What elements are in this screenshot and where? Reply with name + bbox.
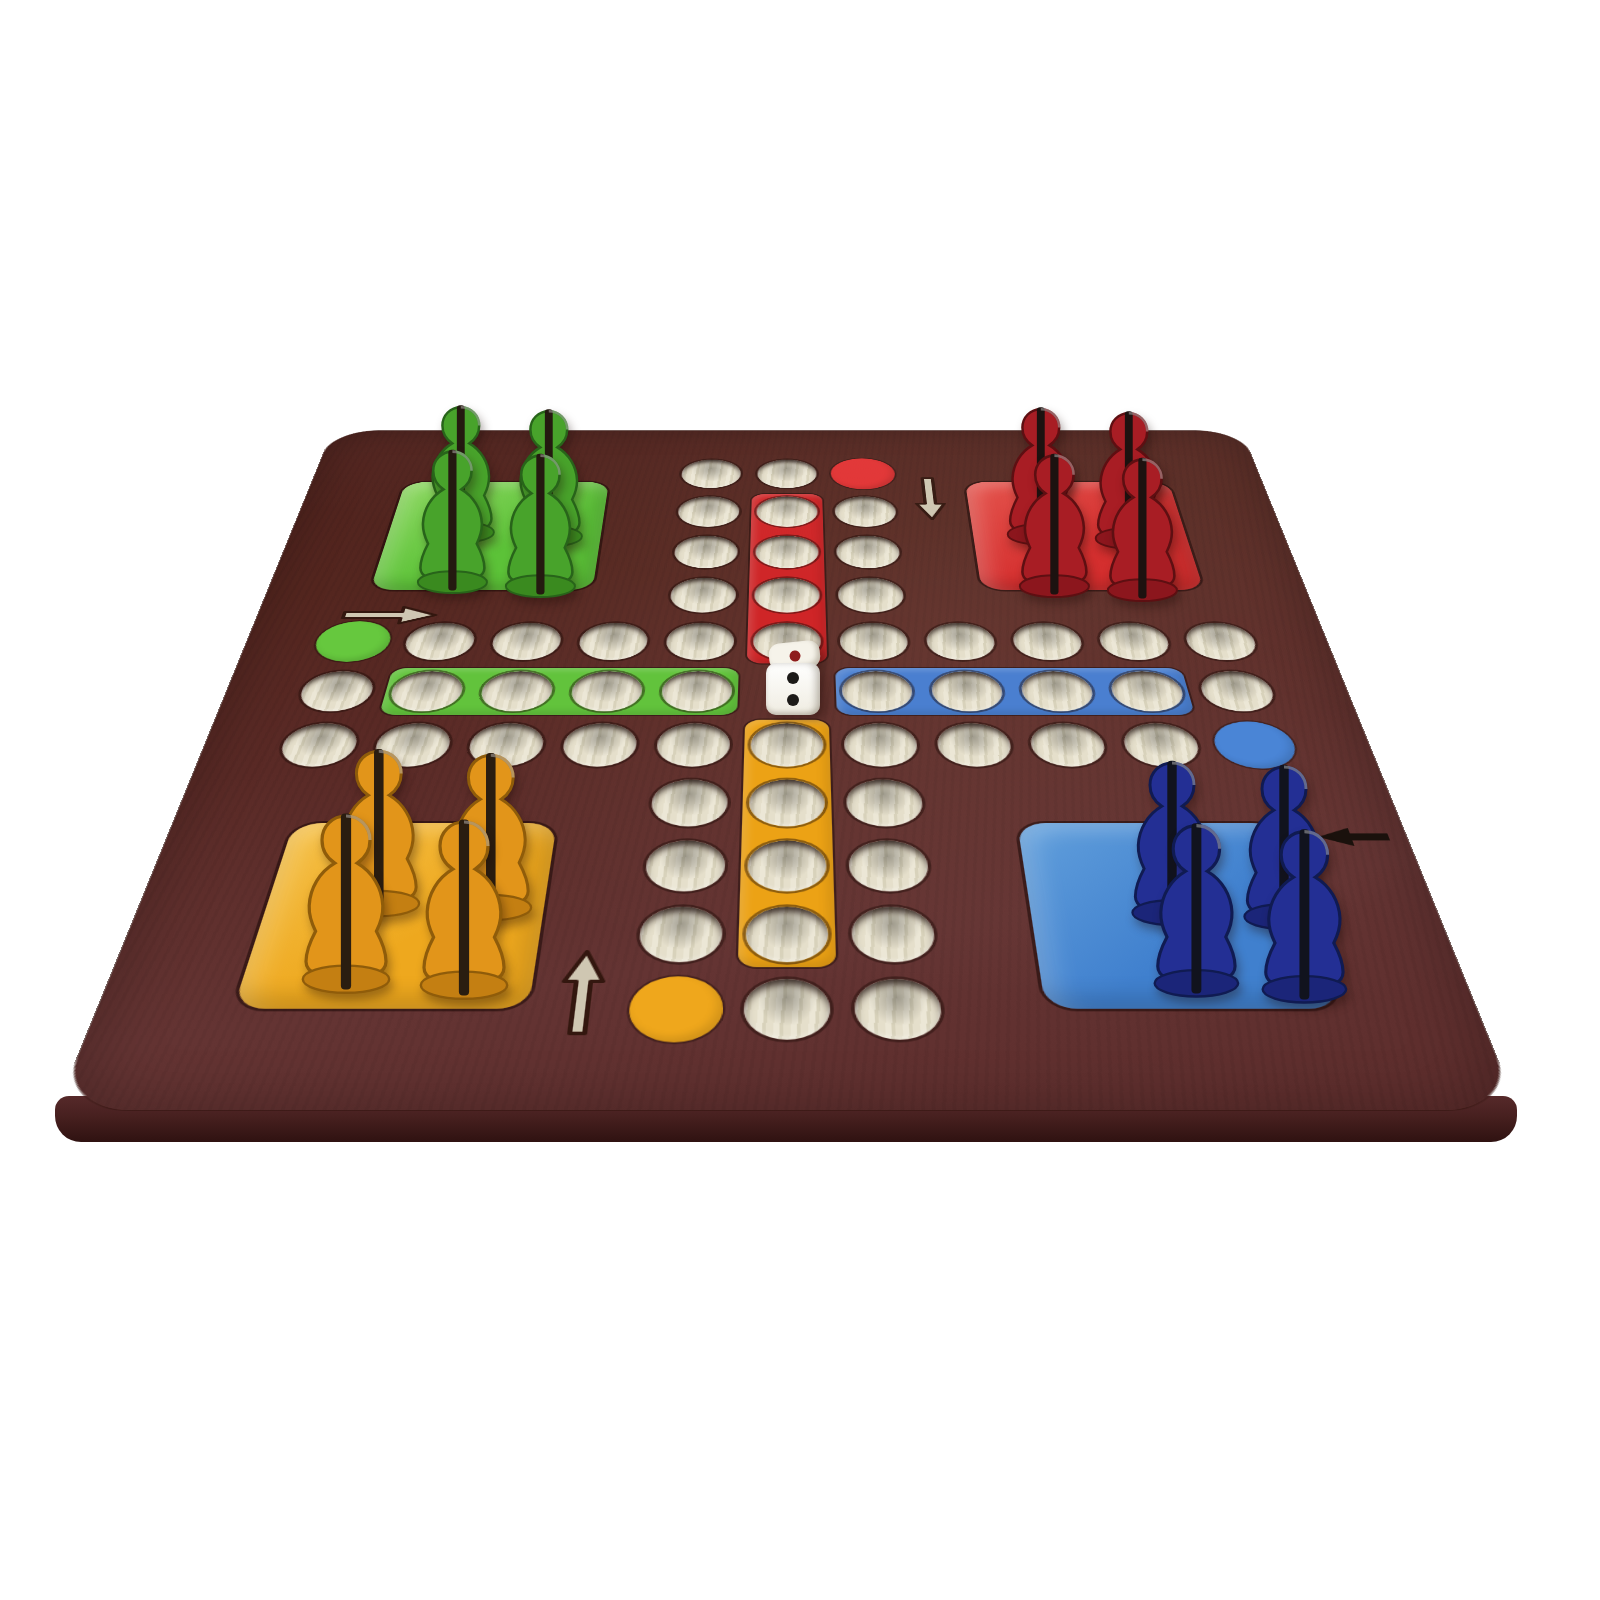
die[interactable] — [766, 642, 822, 716]
die-pip — [787, 694, 799, 706]
blue-pawn-3[interactable] — [1150, 814, 1243, 1004]
yellow-pawn-4[interactable] — [416, 810, 512, 1007]
ludo-board-photo — [0, 0, 1600, 1600]
die-front-face — [766, 663, 820, 715]
green-pawn-3[interactable] — [414, 442, 491, 599]
die-pip — [787, 672, 799, 684]
yellow-pawn-3[interactable] — [298, 804, 394, 1001]
green-pawn-4[interactable] — [502, 446, 579, 603]
red-pawn-4[interactable] — [1104, 450, 1181, 607]
blue-pawn-4[interactable] — [1258, 820, 1351, 1010]
pieces-layer — [0, 0, 1600, 1600]
red-pawn-3[interactable] — [1016, 446, 1093, 603]
die-pip — [789, 650, 801, 662]
